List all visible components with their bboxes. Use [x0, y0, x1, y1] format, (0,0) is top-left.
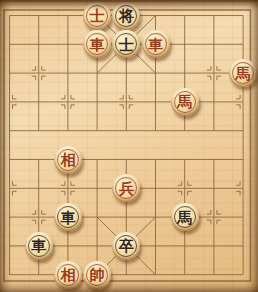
piece-red-general[interactable]: 帥 [83, 261, 111, 289]
piece-black-soldier[interactable]: 卒 [112, 232, 140, 260]
piece-red-elephant[interactable]: 相 [54, 146, 82, 174]
piece-red-advisor[interactable]: 士 [83, 2, 111, 30]
xiangqi-board[interactable]: 士将車士車馬馬相兵車馬車卒相帥 [0, 0, 258, 292]
piece-black-horse[interactable]: 馬 [171, 203, 199, 231]
piece-red-chariot[interactable]: 車 [142, 30, 170, 58]
piece-black-chariot[interactable]: 車 [54, 203, 82, 231]
piece-red-elephant[interactable]: 相 [54, 261, 82, 289]
piece-red-horse[interactable]: 馬 [229, 59, 257, 87]
piece-black-chariot[interactable]: 車 [25, 232, 53, 260]
piece-red-horse[interactable]: 馬 [171, 88, 199, 116]
piece-black-general[interactable]: 将 [112, 2, 140, 30]
